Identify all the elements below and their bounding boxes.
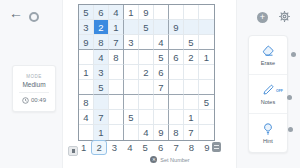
cell-r8c6[interactable] [154, 110, 169, 125]
cell-r9c5[interactable]: 4 [139, 125, 154, 140]
cell-r2c9[interactable] [199, 20, 214, 35]
number-pad: 123456789 [76, 140, 215, 155]
gear-icon[interactable] [278, 10, 291, 23]
cell-r2c5[interactable]: 5 [139, 20, 154, 35]
cell-r4c3[interactable]: 8 [109, 50, 124, 65]
cell-r6c1[interactable] [79, 80, 94, 95]
cell-r6c7[interactable] [169, 80, 184, 95]
cell-r1c9[interactable] [199, 5, 214, 20]
cell-r9c1[interactable] [79, 125, 94, 140]
cell-r7c7[interactable] [169, 95, 184, 110]
divider [19, 92, 49, 93]
action-card: Erase OFF Notes Hint [248, 35, 288, 153]
cell-r9c3[interactable] [109, 125, 124, 140]
cell-r4c1[interactable] [79, 50, 94, 65]
side-dot-2 [287, 95, 292, 100]
cell-r7c6[interactable] [154, 95, 169, 110]
cell-r1c1[interactable]: 5 [79, 5, 94, 20]
cell-r9c9[interactable] [199, 125, 214, 140]
side-dot-3 [288, 127, 293, 132]
plus-icon[interactable]: + [257, 12, 268, 23]
mode-card: MODE Medium 00:49 [12, 65, 56, 112]
cell-r1c6[interactable] [154, 5, 169, 20]
cell-r2c6[interactable] [154, 20, 169, 35]
cell-r4c6[interactable]: 5 [154, 50, 169, 65]
pencil-icon [261, 83, 275, 97]
cell-r4c8[interactable]: 2 [184, 50, 199, 65]
cell-r7c5[interactable] [139, 95, 154, 110]
cell-r4c2[interactable]: 4 [94, 50, 109, 65]
cell-r3c8[interactable]: 5 [184, 35, 199, 50]
set-number-label: Set Number [160, 157, 189, 163]
notes-off-badge: OFF [276, 89, 283, 93]
hint-label: Hint [263, 138, 273, 144]
cell-r8c5[interactable] [139, 110, 154, 125]
cell-r8c3[interactable] [109, 110, 124, 125]
cell-r7c8[interactable] [184, 95, 199, 110]
cell-r8c1[interactable]: 4 [79, 110, 94, 125]
timer: 00:49 [22, 97, 46, 104]
cell-r5c3[interactable] [109, 65, 124, 80]
cell-r5c1[interactable]: 1 [79, 65, 94, 80]
cell-r8c4[interactable]: 5 [124, 110, 139, 125]
back-arrow-icon[interactable]: ← [9, 6, 23, 20]
cell-r5c6[interactable]: 6 [154, 65, 169, 80]
cell-r8c7[interactable] [169, 110, 184, 125]
numpad-key-8[interactable]: 8 [184, 140, 199, 155]
clock-icon [22, 97, 29, 104]
eraser-icon [261, 44, 275, 58]
mode-value: Medium [22, 81, 45, 88]
cell-r5c5[interactable]: 2 [139, 65, 154, 80]
cell-r8c8[interactable]: 1 [184, 110, 199, 125]
cell-r2c3[interactable]: 1 [109, 20, 124, 35]
cell-r1c4[interactable]: 1 [124, 5, 139, 20]
cell-r5c2[interactable]: 3 [94, 65, 109, 80]
cell-r2c7[interactable]: 9 [169, 20, 184, 35]
cell-r1c2[interactable]: 6 [94, 5, 109, 20]
cell-r4c5[interactable] [139, 50, 154, 65]
cell-r7c1[interactable]: 8 [79, 95, 94, 110]
cell-r8c2[interactable]: 7 [94, 110, 109, 125]
cell-r3c3[interactable]: 7 [109, 35, 124, 50]
cell-r3c5[interactable] [139, 35, 154, 50]
cell-r1c8[interactable] [184, 5, 199, 20]
cell-r7c4[interactable] [124, 95, 139, 110]
cell-r5c9[interactable] [199, 65, 214, 80]
cell-r1c7[interactable] [169, 5, 184, 20]
cell-r9c7[interactable]: 8 [169, 125, 184, 140]
numpad-key-4[interactable]: 4 [122, 140, 137, 155]
cell-r7c3[interactable] [109, 95, 124, 110]
cell-r6c8[interactable] [184, 80, 199, 95]
cell-r9c8[interactable]: 7 [184, 125, 199, 140]
cell-r2c2[interactable]: 2 [94, 20, 109, 35]
cell-r4c4[interactable] [124, 50, 139, 65]
numpad-key-5[interactable]: 5 [138, 140, 153, 155]
hint-button[interactable]: Hint [249, 113, 287, 152]
numpad-key-6[interactable]: 6 [153, 140, 168, 155]
cell-r6c5[interactable] [139, 80, 154, 95]
cell-r5c4[interactable] [124, 65, 139, 80]
sudoku-board: 564193215998734548562113265785475114987 [78, 4, 215, 141]
set-number-icon: ✕ [150, 156, 157, 163]
cell-r1c5[interactable]: 9 [139, 5, 154, 20]
info-icon[interactable] [29, 12, 39, 22]
cell-r2c4[interactable] [124, 20, 139, 35]
cell-r3c7[interactable] [169, 35, 184, 50]
mode-label: MODE [26, 74, 42, 79]
cell-r5c7[interactable] [169, 65, 184, 80]
cell-r3c1[interactable]: 9 [79, 35, 94, 50]
cell-r3c6[interactable]: 4 [154, 35, 169, 50]
cell-r9c6[interactable]: 9 [154, 125, 169, 140]
cell-r6c9[interactable] [199, 80, 214, 95]
cell-r6c6[interactable]: 7 [154, 80, 169, 95]
cell-r9c2[interactable]: 1 [94, 125, 109, 140]
timer-value: 00:49 [31, 97, 46, 103]
cell-r3c9[interactable] [199, 35, 214, 50]
cell-r3c2[interactable]: 8 [94, 35, 109, 50]
cell-r6c4[interactable] [124, 80, 139, 95]
notes-button[interactable]: OFF Notes [249, 74, 287, 113]
cell-r1c3[interactable]: 4 [109, 5, 124, 20]
side-dot-1 [291, 52, 296, 57]
notes-label: Notes [261, 99, 275, 105]
lightbulb-icon [261, 122, 275, 136]
cell-r4c9[interactable]: 1 [199, 50, 214, 65]
sudoku-app: ← + MODE Medium 00:49 564193215998734548… [0, 0, 300, 168]
numpad-key-3[interactable]: 3 [107, 140, 122, 155]
set-number-toggle[interactable]: ✕ Set Number [130, 156, 210, 163]
cell-r6c2[interactable]: 5 [94, 80, 109, 95]
cell-r9c4[interactable] [124, 125, 139, 140]
keyboard-icon[interactable] [212, 142, 221, 152]
cell-r6c3[interactable] [109, 80, 124, 95]
cell-r4c7[interactable]: 6 [169, 50, 184, 65]
cell-r8c9[interactable] [199, 110, 214, 125]
numpad-key-7[interactable]: 7 [168, 140, 183, 155]
erase-label: Erase [261, 60, 275, 66]
cell-r3c4[interactable]: 3 [124, 35, 139, 50]
numpad-key-2[interactable]: 2 [91, 140, 106, 155]
cell-r7c9[interactable]: 5 [199, 95, 214, 110]
cell-r7c2[interactable] [94, 95, 109, 110]
cell-r2c8[interactable] [184, 20, 199, 35]
cell-r2c1[interactable]: 3 [79, 20, 94, 35]
cell-r5c8[interactable] [184, 65, 199, 80]
erase-button[interactable]: Erase [249, 36, 287, 74]
numpad-key-1[interactable]: 1 [76, 140, 91, 155]
